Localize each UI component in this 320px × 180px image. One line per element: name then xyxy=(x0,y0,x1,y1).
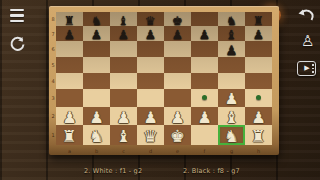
piece-white-pawn-f2[interactable]: ♟ xyxy=(191,110,218,126)
menu-bar xyxy=(10,14,24,16)
square-d1[interactable]: ♛ xyxy=(137,125,164,145)
square-g1[interactable]: ♞ xyxy=(218,125,245,145)
square-a8[interactable]: ♜ xyxy=(56,12,83,26)
replay-button[interactable]: ▶ xyxy=(297,61,316,76)
square-b6[interactable] xyxy=(83,41,110,57)
caption-black-last-move: 2. Black : f8 - g7 xyxy=(183,167,240,175)
square-c2[interactable]: ♟ xyxy=(110,107,137,126)
square-f2[interactable]: ♟ xyxy=(191,107,218,126)
square-c4[interactable] xyxy=(110,73,137,90)
square-h8[interactable]: ♜ xyxy=(245,12,272,26)
square-b2[interactable]: ♟ xyxy=(83,107,110,126)
square-h3[interactable] xyxy=(245,89,272,107)
file-label-d: d xyxy=(146,148,156,154)
menu-bar xyxy=(10,20,24,22)
square-e3[interactable] xyxy=(164,89,191,107)
file-label-g: g xyxy=(227,148,237,154)
square-h4[interactable] xyxy=(245,73,272,90)
file-label-c: c xyxy=(119,148,129,154)
square-c5[interactable] xyxy=(110,57,137,73)
square-f4[interactable] xyxy=(191,73,218,90)
video-play-icon: ▶ xyxy=(304,65,309,72)
square-g7[interactable]: ♝ xyxy=(218,26,245,41)
undo-arrow-icon xyxy=(298,7,315,21)
square-e7[interactable]: ♟ xyxy=(164,26,191,41)
square-g2[interactable]: ♝ xyxy=(218,107,245,126)
square-d3[interactable] xyxy=(137,89,164,107)
piece-white-pawn-b2[interactable]: ♟ xyxy=(83,110,110,126)
pawn-icon: ♙ xyxy=(301,32,314,50)
square-c7[interactable]: ♟ xyxy=(110,26,137,41)
piece-white-pawn-g3[interactable]: ♟ xyxy=(218,92,245,107)
square-d8[interactable]: ♛ xyxy=(137,12,164,26)
square-d4[interactable] xyxy=(137,73,164,90)
square-h2[interactable]: ♟ xyxy=(245,107,272,126)
square-g8[interactable]: ♞ xyxy=(218,12,245,26)
square-g3[interactable]: ♟ xyxy=(218,89,245,107)
square-b8[interactable]: ♞ xyxy=(83,12,110,26)
square-a2[interactable]: ♟ xyxy=(56,107,83,126)
legal-move-hint-h3[interactable] xyxy=(256,95,261,100)
square-a1[interactable]: ♜ xyxy=(56,125,83,145)
undo-button[interactable] xyxy=(298,7,315,21)
piece-white-pawn-h2[interactable]: ♟ xyxy=(245,110,272,126)
film-strip-icon xyxy=(312,64,314,73)
square-g4[interactable] xyxy=(218,73,245,90)
piece-black-pawn-g6[interactable]: ♟ xyxy=(218,44,245,57)
square-f5[interactable] xyxy=(191,57,218,73)
piece-white-king-e1[interactable]: ♚ xyxy=(164,129,191,146)
square-h5[interactable] xyxy=(245,57,272,73)
piece-white-knight-g1[interactable]: ♞ xyxy=(218,129,245,146)
piece-white-rook-a1[interactable]: ♜ xyxy=(56,129,83,146)
piece-white-pawn-c2[interactable]: ♟ xyxy=(110,110,137,126)
piece-white-rook-h1[interactable]: ♜ xyxy=(245,129,272,146)
square-c8[interactable]: ♝ xyxy=(110,12,137,26)
piece-style-button[interactable]: ♙ xyxy=(301,34,314,49)
rank-label-8: 8 xyxy=(50,16,56,22)
square-e5[interactable] xyxy=(164,57,191,73)
legal-move-hint-f3[interactable] xyxy=(202,95,207,100)
square-b5[interactable] xyxy=(83,57,110,73)
square-g6[interactable]: ♟ xyxy=(218,41,245,57)
square-a7[interactable]: ♟ xyxy=(56,26,83,41)
file-label-h: h xyxy=(254,148,264,154)
piece-white-bishop-c1[interactable]: ♝ xyxy=(110,129,137,146)
piece-white-bishop-g2[interactable]: ♝ xyxy=(218,110,245,126)
square-h1[interactable]: ♜ xyxy=(245,125,272,145)
chess-app-screen: ♙ ▶ ♜♞♝♛♚♞♜♟♟♟♟♟♟♝♟♟♟♟♟♟♟♟♟♝♟♜♞♝♛♚♞♜ abc… xyxy=(0,0,320,180)
square-d7[interactable]: ♟ xyxy=(137,26,164,41)
square-b4[interactable] xyxy=(83,73,110,90)
square-f8[interactable] xyxy=(191,12,218,26)
square-a5[interactable] xyxy=(56,57,83,73)
square-c3[interactable] xyxy=(110,89,137,107)
file-label-b: b xyxy=(92,148,102,154)
rotate-board-button[interactable] xyxy=(9,36,26,53)
square-b1[interactable]: ♞ xyxy=(83,125,110,145)
square-f3[interactable] xyxy=(191,89,218,107)
square-e4[interactable] xyxy=(164,73,191,90)
square-a4[interactable] xyxy=(56,73,83,90)
square-d2[interactable]: ♟ xyxy=(137,107,164,126)
square-c1[interactable]: ♝ xyxy=(110,125,137,145)
piece-white-pawn-d2[interactable]: ♟ xyxy=(137,110,164,126)
rotate-icon xyxy=(9,36,26,53)
menu-bar xyxy=(10,9,24,11)
file-label-a: a xyxy=(65,148,75,154)
square-e6[interactable] xyxy=(164,41,191,57)
square-h6[interactable] xyxy=(245,41,272,57)
file-label-f: f xyxy=(200,148,210,154)
caption-white-last-move: 2. White : f1 - g2 xyxy=(84,167,142,175)
square-g5[interactable] xyxy=(218,57,245,73)
chessboard: ♜♞♝♛♚♞♜♟♟♟♟♟♟♝♟♟♟♟♟♟♟♟♟♝♟♜♞♝♛♚♞♜ xyxy=(56,12,272,145)
square-a6[interactable] xyxy=(56,41,83,57)
square-f7[interactable]: ♟ xyxy=(191,26,218,41)
square-e2[interactable]: ♟ xyxy=(164,107,191,126)
square-f1[interactable] xyxy=(191,125,218,145)
piece-white-pawn-a2[interactable]: ♟ xyxy=(56,110,83,126)
square-h7[interactable]: ♟ xyxy=(245,26,272,41)
square-c6[interactable] xyxy=(110,41,137,57)
square-e8[interactable]: ♚ xyxy=(164,12,191,26)
board-frame: ♜♞♝♛♚♞♜♟♟♟♟♟♟♝♟♟♟♟♟♟♟♟♟♝♟♜♞♝♛♚♞♜ abcdefg… xyxy=(49,6,279,155)
square-b7[interactable]: ♟ xyxy=(83,26,110,41)
square-b3[interactable] xyxy=(83,89,110,107)
menu-button[interactable] xyxy=(10,9,24,22)
piece-white-knight-b1[interactable]: ♞ xyxy=(83,129,110,146)
piece-white-queen-d1[interactable]: ♛ xyxy=(137,129,164,146)
square-f6[interactable] xyxy=(191,41,218,57)
file-label-e: e xyxy=(173,148,183,154)
square-d6[interactable] xyxy=(137,41,164,57)
square-d5[interactable] xyxy=(137,57,164,73)
square-e1[interactable]: ♚ xyxy=(164,125,191,145)
square-a3[interactable] xyxy=(56,89,83,107)
piece-white-pawn-e2[interactable]: ♟ xyxy=(164,110,191,126)
